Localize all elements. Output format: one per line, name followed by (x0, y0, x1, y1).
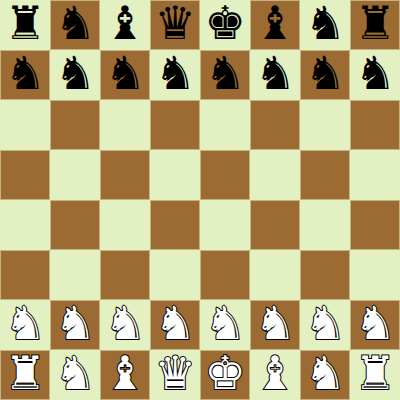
square-b1[interactable]: ♞ (50, 350, 100, 400)
square-e4[interactable] (200, 200, 250, 250)
black-knight-piece: ♞ (354, 48, 395, 98)
square-d2[interactable]: ♞ (150, 300, 200, 350)
square-g6[interactable] (300, 100, 350, 150)
square-h7[interactable]: ♞ (350, 50, 400, 100)
square-g1[interactable]: ♞ (300, 350, 350, 400)
square-h8[interactable]: ♜ (350, 0, 400, 50)
square-c2[interactable]: ♞ (100, 300, 150, 350)
black-knight-piece: ♞ (204, 48, 245, 98)
white-knight-piece: ♞ (304, 348, 345, 398)
square-f6[interactable] (250, 100, 300, 150)
square-g2[interactable]: ♞ (300, 300, 350, 350)
white-knight-piece: ♞ (54, 298, 95, 348)
square-g5[interactable] (300, 150, 350, 200)
square-h3[interactable] (350, 250, 400, 300)
square-h6[interactable] (350, 100, 400, 150)
square-e8[interactable]: ♚ (200, 0, 250, 50)
square-g4[interactable] (300, 200, 350, 250)
square-e6[interactable] (200, 100, 250, 150)
square-h1[interactable]: ♜ (350, 350, 400, 400)
white-knight-piece: ♞ (154, 298, 195, 348)
square-f5[interactable] (250, 150, 300, 200)
black-knight-piece: ♞ (254, 48, 295, 98)
square-c5[interactable] (100, 150, 150, 200)
square-d4[interactable] (150, 200, 200, 250)
square-a4[interactable] (0, 200, 50, 250)
square-b3[interactable] (50, 250, 100, 300)
square-d7[interactable]: ♞ (150, 50, 200, 100)
black-king-piece: ♚ (204, 0, 245, 48)
square-f8[interactable]: ♝ (250, 0, 300, 50)
square-b2[interactable]: ♞ (50, 300, 100, 350)
square-g8[interactable]: ♞ (300, 0, 350, 50)
white-bishop-piece: ♝ (254, 348, 295, 398)
square-c6[interactable] (100, 100, 150, 150)
square-b6[interactable] (50, 100, 100, 150)
black-knight-piece: ♞ (54, 48, 95, 98)
square-e1[interactable]: ♚ (200, 350, 250, 400)
white-knight-piece: ♞ (304, 298, 345, 348)
square-c3[interactable] (100, 250, 150, 300)
white-bishop-piece: ♝ (104, 348, 145, 398)
square-c4[interactable] (100, 200, 150, 250)
square-h4[interactable] (350, 200, 400, 250)
square-f4[interactable] (250, 200, 300, 250)
square-a1[interactable]: ♜ (0, 350, 50, 400)
black-bishop-piece: ♝ (104, 0, 145, 48)
black-knight-piece: ♞ (104, 48, 145, 98)
square-f3[interactable] (250, 250, 300, 300)
square-c1[interactable]: ♝ (100, 350, 150, 400)
square-h5[interactable] (350, 150, 400, 200)
chess-board: ♜♞♝♛♚♝♞♜♞♞♞♞♞♞♞♞♞♞♞♞♞♞♞♞♜♞♝♛♚♝♞♜ (0, 0, 400, 400)
square-g7[interactable]: ♞ (300, 50, 350, 100)
white-knight-piece: ♞ (254, 298, 295, 348)
square-f1[interactable]: ♝ (250, 350, 300, 400)
white-rook-piece: ♜ (4, 348, 45, 398)
white-knight-piece: ♞ (204, 298, 245, 348)
square-a2[interactable]: ♞ (0, 300, 50, 350)
black-knight-piece: ♞ (304, 48, 345, 98)
white-knight-piece: ♞ (354, 298, 395, 348)
white-knight-piece: ♞ (54, 348, 95, 398)
white-knight-piece: ♞ (4, 298, 45, 348)
square-f2[interactable]: ♞ (250, 300, 300, 350)
black-rook-piece: ♜ (4, 0, 45, 48)
square-a5[interactable] (0, 150, 50, 200)
square-a3[interactable] (0, 250, 50, 300)
square-d6[interactable] (150, 100, 200, 150)
square-a8[interactable]: ♜ (0, 0, 50, 50)
square-a7[interactable]: ♞ (0, 50, 50, 100)
black-knight-piece: ♞ (154, 48, 195, 98)
square-c8[interactable]: ♝ (100, 0, 150, 50)
white-rook-piece: ♜ (354, 348, 395, 398)
square-d3[interactable] (150, 250, 200, 300)
square-f7[interactable]: ♞ (250, 50, 300, 100)
square-b7[interactable]: ♞ (50, 50, 100, 100)
square-d1[interactable]: ♛ (150, 350, 200, 400)
black-bishop-piece: ♝ (254, 0, 295, 48)
square-e3[interactable] (200, 250, 250, 300)
white-queen-piece: ♛ (154, 348, 195, 398)
square-b8[interactable]: ♞ (50, 0, 100, 50)
square-d8[interactable]: ♛ (150, 0, 200, 50)
square-e7[interactable]: ♞ (200, 50, 250, 100)
black-knight-piece: ♞ (54, 0, 95, 48)
square-d5[interactable] (150, 150, 200, 200)
square-b4[interactable] (50, 200, 100, 250)
square-e5[interactable] (200, 150, 250, 200)
black-knight-piece: ♞ (304, 0, 345, 48)
square-b5[interactable] (50, 150, 100, 200)
black-rook-piece: ♜ (354, 0, 395, 48)
square-c7[interactable]: ♞ (100, 50, 150, 100)
square-h2[interactable]: ♞ (350, 300, 400, 350)
square-g3[interactable] (300, 250, 350, 300)
black-queen-piece: ♛ (154, 0, 195, 48)
white-knight-piece: ♞ (104, 298, 145, 348)
square-a6[interactable] (0, 100, 50, 150)
white-king-piece: ♚ (204, 348, 245, 398)
black-knight-piece: ♞ (4, 48, 45, 98)
square-e2[interactable]: ♞ (200, 300, 250, 350)
